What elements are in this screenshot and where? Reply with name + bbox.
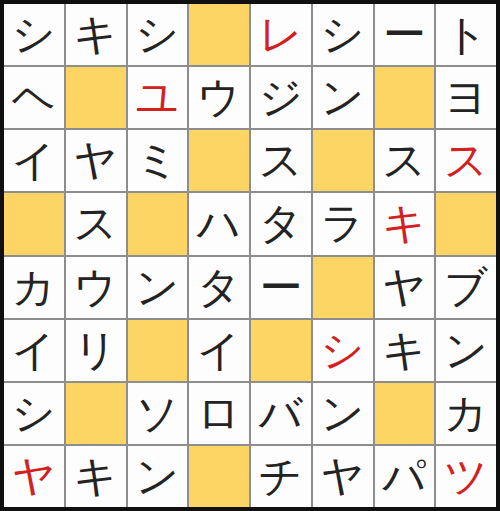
letter-cell-r8c6[interactable]: ヤ — [313, 446, 373, 507]
letter-cell-r1c2[interactable]: キ — [66, 4, 126, 65]
red-key-letter-r1c5: レ — [259, 13, 303, 56]
letter-r2c8: ヨ — [444, 76, 488, 119]
letter-cell-r5c3[interactable]: ン — [128, 257, 188, 318]
letter-r7c6: ン — [321, 392, 365, 435]
letter-r1c6: シ — [321, 13, 365, 56]
letter-cell-r4c2[interactable]: ス — [66, 193, 126, 254]
letter-cell-r1c5[interactable]: レ — [251, 4, 311, 65]
letter-r5c4: タ — [197, 266, 241, 309]
letter-r5c7: ヤ — [382, 266, 426, 309]
block-cell-r3c6 — [313, 130, 373, 191]
crossword-page: シキシレシートヘユウジンヨイヤミススススハタラキカウンターヤブイリイシキンシソロ… — [0, 0, 500, 511]
letter-r3c7: ス — [382, 139, 426, 182]
letter-r7c3: ソ — [135, 392, 179, 435]
letter-r5c3: ン — [135, 266, 179, 309]
letter-r7c5: バ — [259, 392, 303, 435]
letter-cell-r7c8[interactable]: カ — [436, 383, 496, 444]
letter-r8c2: キ — [74, 455, 118, 498]
letter-cell-r3c3[interactable]: ミ — [128, 130, 188, 191]
letter-cell-r3c1[interactable]: イ — [4, 130, 64, 191]
letter-r2c5: ジ — [259, 76, 303, 119]
red-key-letter-r3c8: ス — [444, 139, 488, 182]
letter-r2c4: ウ — [197, 76, 241, 119]
block-cell-r2c2 — [66, 67, 126, 128]
letter-cell-r7c6[interactable]: ン — [313, 383, 373, 444]
letter-r5c1: カ — [12, 266, 56, 309]
letter-cell-r5c8[interactable]: ブ — [436, 257, 496, 318]
letter-cell-r5c5[interactable]: ー — [251, 257, 311, 318]
letter-r2c1: ヘ — [12, 76, 56, 119]
letter-r6c8: ン — [444, 329, 488, 372]
letter-r1c8: ト — [444, 13, 488, 56]
letter-cell-r3c5[interactable]: ス — [251, 130, 311, 191]
letter-cell-r5c7[interactable]: ヤ — [375, 257, 435, 318]
block-cell-r5c6 — [313, 257, 373, 318]
block-cell-r4c3 — [128, 193, 188, 254]
letter-cell-r3c8[interactable]: ス — [436, 130, 496, 191]
letter-cell-r5c1[interactable]: カ — [4, 257, 64, 318]
letter-r4c2: ス — [74, 202, 118, 245]
letter-r4c6: ラ — [321, 202, 365, 245]
crossword-board: シキシレシートヘユウジンヨイヤミススススハタラキカウンターヤブイリイシキンシソロ… — [0, 0, 500, 511]
letter-r2c6: ン — [321, 76, 365, 119]
letter-cell-r5c4[interactable]: タ — [189, 257, 249, 318]
letter-r6c7: キ — [382, 329, 426, 372]
letter-cell-r2c6[interactable]: ン — [313, 67, 373, 128]
letter-cell-r8c1[interactable]: ヤ — [4, 446, 64, 507]
letter-r7c4: ロ — [197, 392, 241, 435]
letter-cell-r4c4[interactable]: ハ — [189, 193, 249, 254]
block-cell-r2c7 — [375, 67, 435, 128]
letter-cell-r8c5[interactable]: チ — [251, 446, 311, 507]
letter-r8c5: チ — [259, 455, 303, 498]
letter-cell-r8c3[interactable]: ン — [128, 446, 188, 507]
block-cell-r4c8 — [436, 193, 496, 254]
letter-cell-r6c7[interactable]: キ — [375, 320, 435, 381]
letter-cell-r7c4[interactable]: ロ — [189, 383, 249, 444]
letter-r6c1: イ — [12, 329, 56, 372]
letter-cell-r8c2[interactable]: キ — [66, 446, 126, 507]
red-key-letter-r4c7: キ — [382, 202, 426, 245]
letter-r8c3: ン — [135, 455, 179, 498]
letter-r8c7: パ — [382, 455, 426, 498]
letter-cell-r5c2[interactable]: ウ — [66, 257, 126, 318]
letter-r7c8: カ — [444, 392, 488, 435]
red-key-letter-r2c3: ユ — [135, 76, 179, 119]
letter-cell-r7c3[interactable]: ソ — [128, 383, 188, 444]
block-cell-r7c2 — [66, 383, 126, 444]
letter-cell-r7c5[interactable]: バ — [251, 383, 311, 444]
letter-r3c5: ス — [259, 139, 303, 182]
block-cell-r6c3 — [128, 320, 188, 381]
letter-cell-r4c7[interactable]: キ — [375, 193, 435, 254]
letter-cell-r4c6[interactable]: ラ — [313, 193, 373, 254]
block-cell-r8c4 — [189, 446, 249, 507]
letter-cell-r6c4[interactable]: イ — [189, 320, 249, 381]
letter-cell-r3c2[interactable]: ヤ — [66, 130, 126, 191]
letter-cell-r8c8[interactable]: ツ — [436, 446, 496, 507]
red-key-letter-r8c8: ツ — [444, 455, 488, 498]
letter-cell-r3c7[interactable]: ス — [375, 130, 435, 191]
letter-r4c5: タ — [259, 202, 303, 245]
red-key-letter-r8c1: ヤ — [12, 455, 56, 498]
letter-cell-r2c4[interactable]: ウ — [189, 67, 249, 128]
letter-r3c1: イ — [12, 139, 56, 182]
letter-r6c2: リ — [74, 329, 118, 372]
letter-cell-r2c1[interactable]: ヘ — [4, 67, 64, 128]
block-cell-r3c4 — [189, 130, 249, 191]
letter-r1c3: シ — [135, 13, 179, 56]
letter-r5c5: ー — [259, 266, 302, 309]
letter-r3c2: ヤ — [74, 139, 118, 182]
letter-cell-r2c5[interactable]: ジ — [251, 67, 311, 128]
letter-cell-r1c3[interactable]: シ — [128, 4, 188, 65]
letter-r4c4: ハ — [197, 202, 241, 245]
letter-r5c8: ブ — [444, 266, 488, 309]
letter-r6c4: イ — [197, 329, 241, 372]
letter-cell-r1c8[interactable]: ト — [436, 4, 496, 65]
red-key-letter-r6c6: シ — [321, 329, 365, 372]
letter-cell-r1c7[interactable]: ー — [375, 4, 435, 65]
letter-r1c7: ー — [383, 13, 426, 56]
letter-cell-r1c1[interactable]: シ — [4, 4, 64, 65]
letter-cell-r6c2[interactable]: リ — [66, 320, 126, 381]
block-cell-r1c4 — [189, 4, 249, 65]
letter-r7c1: シ — [12, 392, 56, 435]
letter-r1c1: シ — [12, 13, 56, 56]
letter-cell-r4c5[interactable]: タ — [251, 193, 311, 254]
letter-r3c3: ミ — [135, 139, 179, 182]
letter-r5c2: ウ — [74, 266, 118, 309]
letter-cell-r8c7[interactable]: パ — [375, 446, 435, 507]
letter-cell-r2c8[interactable]: ヨ — [436, 67, 496, 128]
letter-cell-r2c3[interactable]: ユ — [128, 67, 188, 128]
letter-cell-r6c8[interactable]: ン — [436, 320, 496, 381]
block-cell-r7c7 — [375, 383, 435, 444]
letter-r1c2: キ — [74, 13, 118, 56]
letter-cell-r6c1[interactable]: イ — [4, 320, 64, 381]
block-cell-r4c1 — [4, 193, 64, 254]
letter-r8c6: ヤ — [321, 455, 365, 498]
letter-cell-r7c1[interactable]: シ — [4, 383, 64, 444]
block-cell-r6c5 — [251, 320, 311, 381]
letter-cell-r1c6[interactable]: シ — [313, 4, 373, 65]
letter-cell-r6c6[interactable]: シ — [313, 320, 373, 381]
